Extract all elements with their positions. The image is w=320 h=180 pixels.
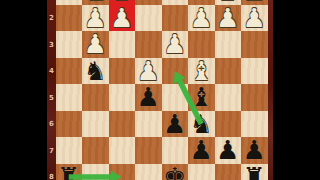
square-d7 [135,137,162,164]
square-g6 [215,111,242,138]
square-a8: ♜ [56,164,83,180]
square-h4 [241,58,268,85]
square-c6 [109,111,136,138]
square-h8: ♜ [241,164,268,180]
square-g2: ♟ [215,5,242,32]
square-d4: ♟ [135,58,162,85]
square-f6: ♞ [188,111,215,138]
square-h3 [241,31,268,58]
square-h7: ♟ [241,137,268,164]
black-rook-a8: ♜ [56,164,83,180]
square-f7: ♟ [188,137,215,164]
square-g5 [215,84,242,111]
square-b3: ♟ [82,31,109,58]
square-b6 [82,111,109,138]
rank-label-6: 6 [48,120,55,128]
black-knight-b4: ♞ [82,58,109,85]
square-a5 [56,84,83,111]
square-a7 [56,137,83,164]
black-pawn-h7: ♟ [241,137,268,164]
black-knight-f6: ♞ [188,111,215,138]
square-e7 [162,137,189,164]
square-f8 [188,164,215,180]
square-e8: ♚ [162,164,189,180]
square-g4 [215,58,242,85]
square-h2: ♟ [241,5,268,32]
square-e3: ♟ [162,31,189,58]
square-c3 [109,31,136,58]
rank-label-5: 5 [48,94,55,102]
rank-label-4: 4 [48,67,55,75]
black-bishop-f5: ♝ [188,84,215,111]
black-pawn-f7: ♟ [188,137,215,164]
square-f3 [188,31,215,58]
square-c2: ♟ [109,5,136,32]
square-b5 [82,84,109,111]
white-pawn-b3: ♟ [82,31,109,58]
square-b4: ♞ [82,58,109,85]
black-pawn-g7: ♟ [215,137,242,164]
rank-label-7: 7 [48,147,55,155]
square-b7 [82,137,109,164]
square-b8 [82,164,109,180]
square-a2 [56,5,83,32]
rank-label-3: 3 [48,41,55,49]
square-e2 [162,5,189,32]
board-border-right [268,0,274,180]
square-d6 [135,111,162,138]
video-frame: ♞♛♚♜♟♟♟♟♟♟♟♞♟♝♟♝♟♞♟♟♟♜♚♜ 2345678 [0,0,320,180]
white-pawn-e3: ♟ [162,31,189,58]
square-f2: ♟ [188,5,215,32]
square-h5 [241,84,268,111]
white-pawn-h2: ♟ [241,5,268,32]
square-d5: ♟ [135,84,162,111]
square-f4: ♝ [188,58,215,85]
square-c4 [109,58,136,85]
square-e4 [162,58,189,85]
square-f5: ♝ [188,84,215,111]
black-pawn-e6: ♟ [162,111,189,138]
rank-label-2: 2 [48,14,55,22]
white-bishop-f4: ♝ [188,58,215,85]
square-a6 [56,111,83,138]
square-g3 [215,31,242,58]
square-d8 [135,164,162,180]
square-h6 [241,111,268,138]
square-c5 [109,84,136,111]
white-pawn-g2: ♟ [215,5,242,32]
black-pawn-d5: ♟ [135,84,162,111]
white-pawn-c2: ♟ [109,5,136,32]
square-b2: ♟ [82,5,109,32]
square-e6: ♟ [162,111,189,138]
square-g8 [215,164,242,180]
square-g7: ♟ [215,137,242,164]
white-pawn-b2: ♟ [82,5,109,32]
square-c8 [109,164,136,180]
black-king-e8: ♚ [162,164,189,180]
black-rook-h8: ♜ [241,164,268,180]
square-a3 [56,31,83,58]
chess-board: ♞♛♚♜♟♟♟♟♟♟♟♞♟♝♟♝♟♞♟♟♟♜♚♜ [56,0,268,180]
square-a4 [56,58,83,85]
square-d3 [135,31,162,58]
square-c7 [109,137,136,164]
white-pawn-d4: ♟ [135,58,162,85]
square-e5 [162,84,189,111]
white-pawn-f2: ♟ [188,5,215,32]
square-d2 [135,5,162,32]
rank-label-8: 8 [48,173,55,180]
